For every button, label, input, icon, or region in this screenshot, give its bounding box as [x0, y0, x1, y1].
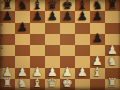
square-c1[interactable]: ♝: [30, 79, 45, 90]
square-a4[interactable]: [0, 45, 15, 56]
square-g7[interactable]: ♟: [90, 11, 105, 22]
square-b1[interactable]: ♞: [15, 79, 30, 90]
white-pawn-f2: ♟: [77, 66, 88, 78]
square-d3[interactable]: [45, 56, 60, 67]
black-pawn-g7: ♟: [92, 9, 103, 21]
square-c7[interactable]: ♟: [30, 11, 45, 22]
square-a5[interactable]: [0, 34, 15, 45]
square-f2[interactable]: ♟: [75, 68, 90, 79]
square-e7[interactable]: ♟: [60, 11, 75, 22]
black-pawn-g5: ♟: [92, 32, 103, 44]
white-pawn-b2: ♟: [17, 66, 28, 78]
square-b4[interactable]: [15, 45, 30, 56]
chess-board: ♜♞♝♛♚♝♞♜♟♟♟♟♟♟♟♟♟♟♞♟♟♟♟♟♟♝♜♞♝♛♚♜: [0, 0, 120, 90]
square-h1[interactable]: ♜: [105, 79, 120, 90]
black-rook-h8: ♜: [107, 0, 118, 10]
square-d5[interactable]: [45, 34, 60, 45]
square-a6[interactable]: [0, 23, 15, 34]
black-bishop-f8: ♝: [77, 0, 88, 10]
square-f8[interactable]: ♝: [75, 0, 90, 11]
square-h7[interactable]: [105, 11, 120, 22]
white-pawn-a2: ♟: [2, 66, 13, 78]
square-c4[interactable]: [30, 45, 45, 56]
square-b2[interactable]: ♟: [15, 68, 30, 79]
square-g8[interactable]: ♞: [90, 0, 105, 11]
square-h5[interactable]: [105, 34, 120, 45]
square-g6[interactable]: [90, 23, 105, 34]
square-e3[interactable]: [60, 56, 75, 67]
square-e6[interactable]: [60, 23, 75, 34]
square-f7[interactable]: ♟: [75, 11, 90, 22]
black-queen-d8: ♛: [47, 0, 58, 10]
square-d4[interactable]: [45, 45, 60, 56]
square-a3[interactable]: [0, 56, 15, 67]
square-f3[interactable]: [75, 56, 90, 67]
square-h4[interactable]: ♟: [105, 45, 120, 56]
black-king-e8: ♚: [62, 0, 73, 10]
square-e4[interactable]: [60, 45, 75, 56]
black-pawn-b6: ♟: [17, 21, 28, 33]
square-g1[interactable]: [90, 79, 105, 90]
square-h2[interactable]: [105, 68, 120, 79]
white-pawn-h4: ♟: [107, 43, 118, 55]
square-f6[interactable]: [75, 23, 90, 34]
square-e2[interactable]: ♟: [60, 68, 75, 79]
square-d6[interactable]: [45, 23, 60, 34]
white-queen-d1: ♛: [47, 77, 58, 89]
square-g5[interactable]: ♟: [90, 34, 105, 45]
square-h3[interactable]: ♞: [105, 56, 120, 67]
black-bishop-c8: ♝: [32, 0, 43, 10]
square-c5[interactable]: [30, 34, 45, 45]
square-h8[interactable]: ♜: [105, 0, 120, 11]
square-a1[interactable]: ♜: [0, 79, 15, 90]
black-pawn-c7: ♟: [32, 9, 43, 21]
white-rook-h1: ♜: [107, 77, 118, 89]
square-c3[interactable]: [30, 56, 45, 67]
square-d7[interactable]: ♟: [45, 11, 60, 22]
white-bishop-g2: ♝: [92, 66, 103, 78]
square-a8[interactable]: ♜: [0, 0, 15, 11]
square-d1[interactable]: ♛: [45, 79, 60, 90]
black-knight-g8: ♞: [92, 0, 103, 10]
square-c8[interactable]: ♝: [30, 0, 45, 11]
square-b5[interactable]: [15, 34, 30, 45]
white-knight-b1: ♞: [17, 77, 28, 89]
white-knight-h3: ♞: [107, 54, 118, 66]
white-king-e1: ♚: [62, 77, 73, 89]
square-f1[interactable]: [75, 79, 90, 90]
white-pawn-e2: ♟: [62, 66, 73, 78]
square-e5[interactable]: [60, 34, 75, 45]
white-pawn-g3: ♟: [92, 54, 103, 66]
white-pawn-d2: ♟: [47, 66, 58, 78]
square-h6[interactable]: [105, 23, 120, 34]
square-e1[interactable]: ♚: [60, 79, 75, 90]
square-g3[interactable]: ♟: [90, 56, 105, 67]
black-pawn-d7: ♟: [47, 9, 58, 21]
square-a2[interactable]: ♟: [0, 68, 15, 79]
square-b7[interactable]: [15, 11, 30, 22]
square-d2[interactable]: ♟: [45, 68, 60, 79]
square-d8[interactable]: ♛: [45, 0, 60, 11]
square-a7[interactable]: ♟: [0, 11, 15, 22]
square-f4[interactable]: [75, 45, 90, 56]
white-pawn-c2: ♟: [32, 66, 43, 78]
black-pawn-a7: ♟: [2, 9, 13, 21]
square-g4[interactable]: [90, 45, 105, 56]
black-knight-b8: ♞: [17, 0, 28, 10]
square-e8[interactable]: ♚: [60, 0, 75, 11]
black-pawn-e7: ♟: [62, 9, 73, 21]
white-bishop-c1: ♝: [32, 77, 43, 89]
black-rook-a8: ♜: [2, 0, 13, 10]
white-rook-a1: ♜: [2, 77, 13, 89]
square-g2[interactable]: ♝: [90, 68, 105, 79]
square-c2[interactable]: ♟: [30, 68, 45, 79]
square-b8[interactable]: ♞: [15, 0, 30, 11]
square-c6[interactable]: [30, 23, 45, 34]
square-b3[interactable]: [15, 56, 30, 67]
black-pawn-f7: ♟: [77, 9, 88, 21]
square-b6[interactable]: ♟: [15, 23, 30, 34]
square-f5[interactable]: [75, 34, 90, 45]
